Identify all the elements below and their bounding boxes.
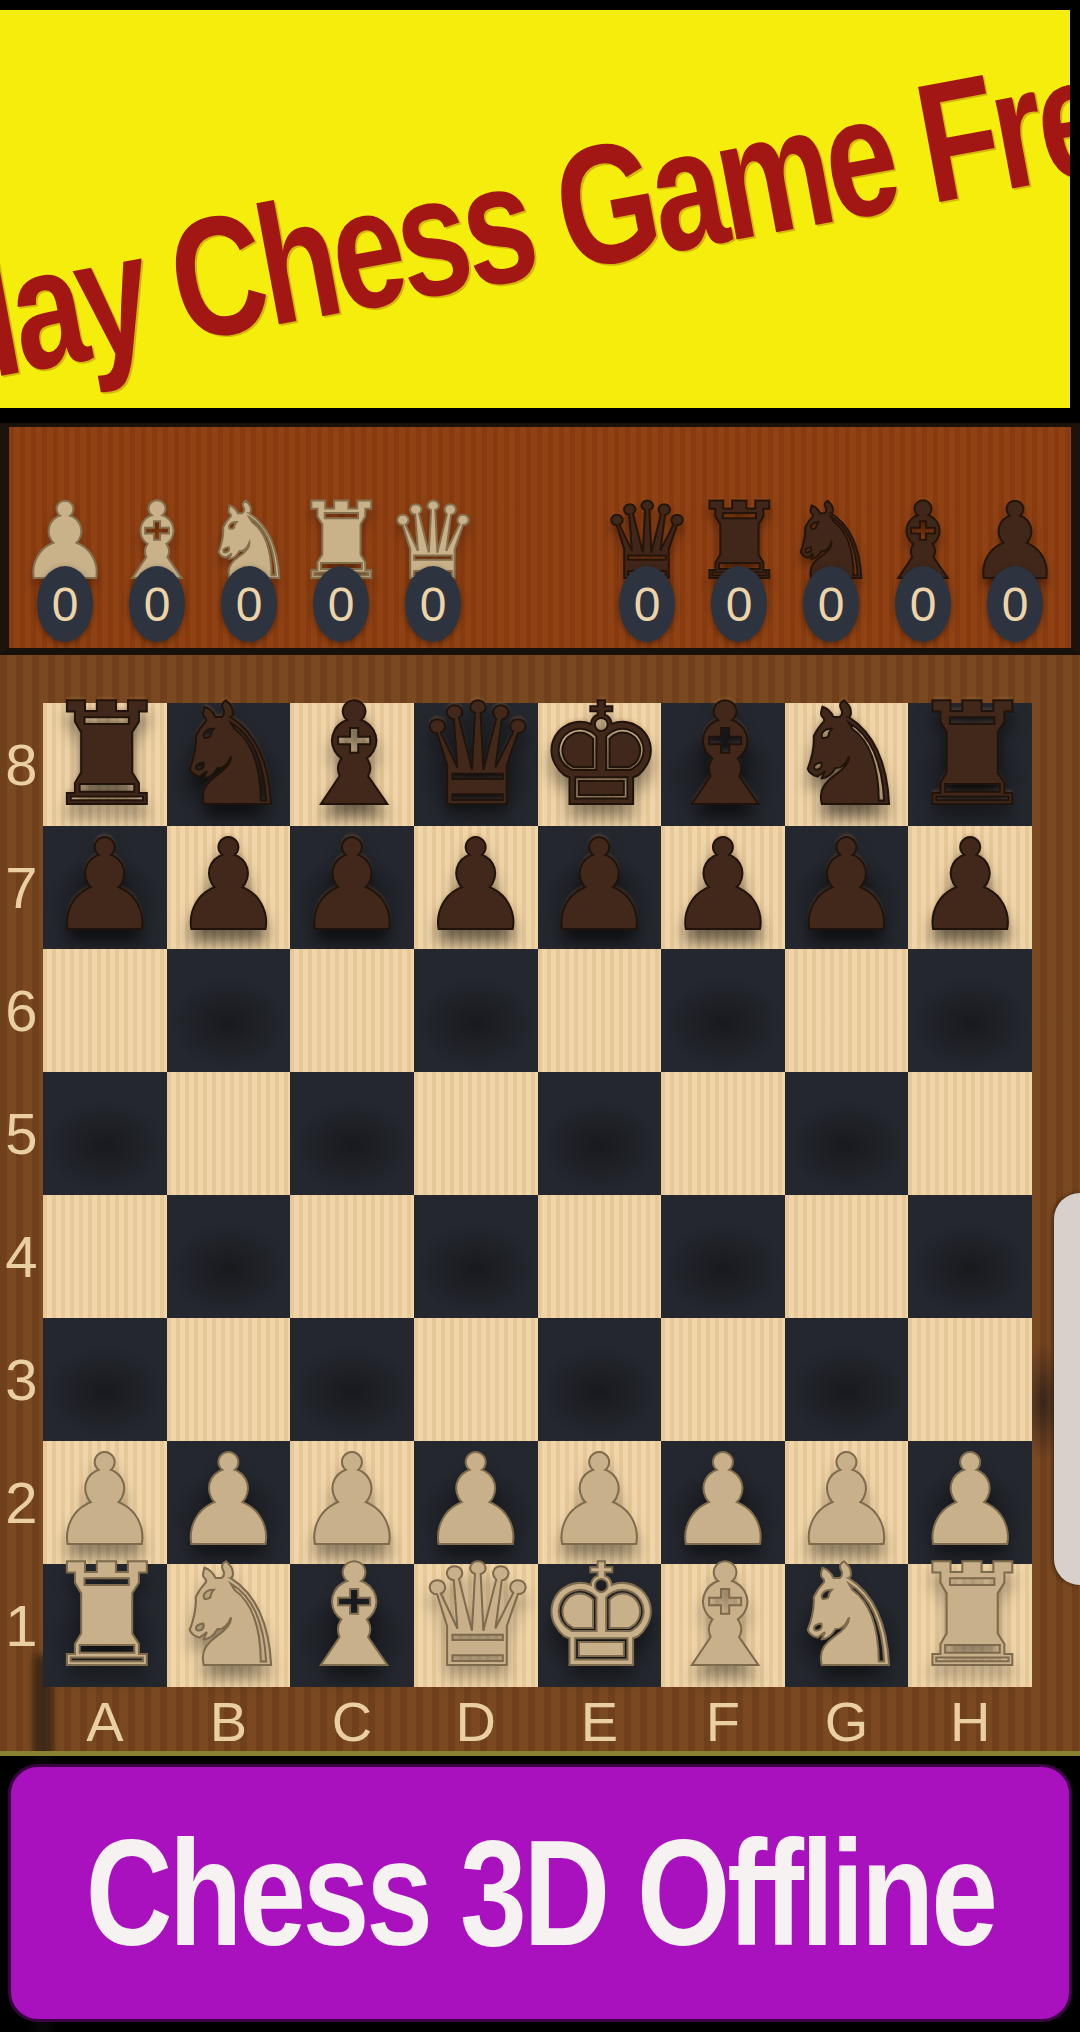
capture-count-badge-dark-rook: 0 [711, 566, 767, 642]
capture-count-badge-dark-pawn: 0 [987, 566, 1043, 642]
file-label-f: F [661, 1689, 785, 1754]
square-d8[interactable]: ♛ [414, 703, 538, 826]
tray-slot-white-knight: ♞0 [207, 488, 291, 642]
board-grid: ♜♞♝♛♚♝♞♜♟♟♟♟♟♟♟♟♟♟♟♟♟♟♟♟♜♞♝♛♚♝♞♜ [43, 703, 1032, 1687]
rank-label-1: 1 [0, 1564, 43, 1687]
dark-pawn-piece[interactable]: ♟ [290, 823, 414, 949]
square-g7[interactable]: ♟ [785, 826, 909, 949]
capture-count-badge-dark-queen: 0 [619, 566, 675, 642]
square-e8[interactable]: ♚ [538, 703, 662, 826]
square-h1[interactable]: ♜ [908, 1564, 1032, 1687]
square-e5[interactable] [538, 1072, 662, 1195]
dark-king-piece[interactable]: ♚ [538, 684, 662, 826]
dark-queen-piece[interactable]: ♛ [414, 684, 538, 826]
dark-rook-piece[interactable]: ♜ [908, 684, 1032, 826]
dark-pawn-piece[interactable]: ♟ [661, 823, 785, 949]
dark-pawn-piece[interactable]: ♟ [908, 823, 1032, 949]
square-a8[interactable]: ♜ [43, 703, 167, 826]
dark-pawn-piece[interactable]: ♟ [43, 823, 167, 949]
square-g6[interactable] [785, 949, 909, 1072]
square-d5[interactable] [414, 1072, 538, 1195]
tray-slot-dark-knight: ♞0 [789, 488, 873, 642]
tray-white-group: ♟0♝0♞0♜0♛0 [23, 427, 475, 648]
square-g5[interactable] [785, 1072, 909, 1195]
square-h3[interactable] [908, 1318, 1032, 1441]
square-b3[interactable] [167, 1318, 291, 1441]
dark-pawn-piece[interactable]: ♟ [538, 823, 662, 949]
rank-label-2: 2 [0, 1441, 43, 1564]
square-d4[interactable] [414, 1195, 538, 1318]
capture-count-badge-white-knight: 0 [221, 566, 277, 642]
file-label-c: C [290, 1689, 414, 1754]
square-f1[interactable]: ♝ [661, 1564, 785, 1687]
square-f7[interactable]: ♟ [661, 826, 785, 949]
rank-label-6: 6 [0, 949, 43, 1072]
dark-pawn-piece[interactable]: ♟ [785, 823, 909, 949]
rank-label-3: 3 [0, 1318, 43, 1441]
white-knight-piece[interactable]: ♞ [167, 1545, 291, 1687]
square-b5[interactable] [167, 1072, 291, 1195]
tray-inner: ♟0♝0♞0♜0♛0 ♛0♜0♞0♝0♟0 [9, 427, 1071, 648]
square-c4[interactable] [290, 1195, 414, 1318]
dark-pawn-piece[interactable]: ♟ [167, 823, 291, 949]
square-e1[interactable]: ♚ [538, 1564, 662, 1687]
square-g1[interactable]: ♞ [785, 1564, 909, 1687]
square-b1[interactable]: ♞ [167, 1564, 291, 1687]
square-g4[interactable] [785, 1195, 909, 1318]
square-b8[interactable]: ♞ [167, 703, 291, 826]
square-c8[interactable]: ♝ [290, 703, 414, 826]
square-h7[interactable]: ♟ [908, 826, 1032, 949]
square-f3[interactable] [661, 1318, 785, 1441]
square-b7[interactable]: ♟ [167, 826, 291, 949]
app-title-text: Chess 3D Offline [85, 1807, 994, 1980]
dark-pawn-piece[interactable]: ♟ [414, 823, 538, 949]
tray-slot-white-rook: ♜0 [299, 488, 383, 642]
square-f8[interactable]: ♝ [661, 703, 785, 826]
square-c6[interactable] [290, 949, 414, 1072]
tray-slot-dark-queen: ♛0 [605, 488, 689, 642]
dark-knight-piece[interactable]: ♞ [167, 684, 291, 826]
square-d1[interactable]: ♛ [414, 1564, 538, 1687]
square-e7[interactable]: ♟ [538, 826, 662, 949]
square-a1[interactable]: ♜ [43, 1564, 167, 1687]
white-king-piece[interactable]: ♚ [538, 1545, 662, 1687]
white-rook-piece[interactable]: ♜ [43, 1545, 167, 1687]
square-a4[interactable] [43, 1195, 167, 1318]
dark-knight-piece[interactable]: ♞ [785, 684, 909, 826]
file-labels: ABCDEFGH [43, 1689, 1032, 1749]
dark-bishop-piece[interactable]: ♝ [290, 684, 414, 826]
square-e4[interactable] [538, 1195, 662, 1318]
rank-label-7: 7 [0, 826, 43, 949]
square-h8[interactable]: ♜ [908, 703, 1032, 826]
file-label-a: A [43, 1689, 167, 1754]
square-a7[interactable]: ♟ [43, 826, 167, 949]
file-label-h: H [908, 1689, 1032, 1754]
white-knight-piece[interactable]: ♞ [785, 1545, 909, 1687]
square-h6[interactable] [908, 949, 1032, 1072]
square-c3[interactable] [290, 1318, 414, 1441]
square-f5[interactable] [661, 1072, 785, 1195]
white-queen-piece[interactable]: ♛ [414, 1545, 538, 1687]
square-b4[interactable] [167, 1195, 291, 1318]
rank-labels: 87654321 [0, 703, 43, 1687]
square-f6[interactable] [661, 949, 785, 1072]
tray-dark-group: ♛0♜0♞0♝0♟0 [605, 427, 1057, 648]
dark-bishop-piece[interactable]: ♝ [661, 684, 785, 826]
rank-label-5: 5 [0, 1072, 43, 1195]
square-d7[interactable]: ♟ [414, 826, 538, 949]
file-label-e: E [538, 1689, 662, 1754]
tray-slot-dark-pawn: ♟0 [973, 488, 1057, 642]
capture-count-badge-white-pawn: 0 [37, 566, 93, 642]
tray-slot-dark-bishop: ♝0 [881, 488, 965, 642]
square-d3[interactable] [414, 1318, 538, 1441]
tray-slot-white-queen: ♛0 [391, 488, 475, 642]
banner-divider-line [0, 1751, 1080, 1756]
square-c1[interactable]: ♝ [290, 1564, 414, 1687]
side-panel-handle[interactable] [1054, 1193, 1080, 1585]
dark-rook-piece[interactable]: ♜ [43, 684, 167, 826]
square-g8[interactable]: ♞ [785, 703, 909, 826]
square-f4[interactable] [661, 1195, 785, 1318]
app-screenshot: Play Chess Game Free ♟0♝0♞0♜0♛0 ♛0♜0♞0♝0… [0, 0, 1080, 2032]
rank-label-8: 8 [0, 703, 43, 826]
captured-pieces-tray: ♟0♝0♞0♜0♛0 ♛0♜0♞0♝0♟0 [0, 423, 1080, 655]
square-d6[interactable] [414, 949, 538, 1072]
square-a5[interactable] [43, 1072, 167, 1195]
tray-slot-white-bishop: ♝0 [115, 488, 199, 642]
top-promo-text: Play Chess Game Free [0, 10, 1070, 408]
capture-count-badge-white-bishop: 0 [129, 566, 185, 642]
square-a3[interactable] [43, 1318, 167, 1441]
tray-slot-white-pawn: ♟0 [23, 488, 107, 642]
square-g3[interactable] [785, 1318, 909, 1441]
file-label-d: D [414, 1689, 538, 1754]
bottom-title-banner: Chess 3D Offline [8, 1764, 1072, 2022]
square-h4[interactable] [908, 1195, 1032, 1318]
square-e3[interactable] [538, 1318, 662, 1441]
white-bishop-piece[interactable]: ♝ [661, 1545, 785, 1687]
white-bishop-piece[interactable]: ♝ [290, 1545, 414, 1687]
file-label-b: B [167, 1689, 291, 1754]
capture-count-badge-dark-knight: 0 [803, 566, 859, 642]
capture-count-badge-white-queen: 0 [405, 566, 461, 642]
tray-slot-dark-rook: ♜0 [697, 488, 781, 642]
chess-board: 87654321 ♜♞♝♛♚♝♞♜♟♟♟♟♟♟♟♟♟♟♟♟♟♟♟♟♜♞♝♛♚♝♞… [0, 655, 1080, 1755]
capture-count-badge-dark-bishop: 0 [895, 566, 951, 642]
square-c5[interactable] [290, 1072, 414, 1195]
rank-label-4: 4 [0, 1195, 43, 1318]
square-e6[interactable] [538, 949, 662, 1072]
file-label-g: G [785, 1689, 909, 1754]
white-rook-piece[interactable]: ♜ [908, 1545, 1032, 1687]
square-c7[interactable]: ♟ [290, 826, 414, 949]
capture-count-badge-white-rook: 0 [313, 566, 369, 642]
square-a6[interactable] [43, 949, 167, 1072]
square-b6[interactable] [167, 949, 291, 1072]
square-h5[interactable] [908, 1072, 1032, 1195]
top-promo-banner: Play Chess Game Free [0, 10, 1070, 408]
